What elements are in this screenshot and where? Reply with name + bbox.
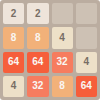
- tile-32: 32: [27, 76, 48, 97]
- tile-4: 4: [52, 27, 73, 48]
- tile-2: 2: [27, 3, 48, 24]
- tile-64: 64: [76, 76, 97, 97]
- tile-8: 8: [3, 27, 24, 48]
- empty-cell: [76, 27, 97, 48]
- tile-2: 2: [3, 3, 24, 24]
- tile-64: 64: [27, 52, 48, 73]
- tile-8: 8: [27, 27, 48, 48]
- tile-8: 8: [52, 76, 73, 97]
- game-board-2048[interactable]: 228846464324432864: [0, 0, 100, 100]
- tile-4: 4: [3, 76, 24, 97]
- tile-32: 32: [52, 52, 73, 73]
- empty-cell: [52, 3, 73, 24]
- tile-4: 4: [76, 52, 97, 73]
- empty-cell: [76, 3, 97, 24]
- tile-64: 64: [3, 52, 24, 73]
